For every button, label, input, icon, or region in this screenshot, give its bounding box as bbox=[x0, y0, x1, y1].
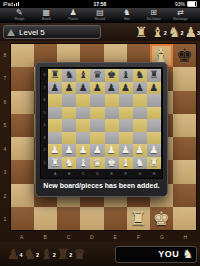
toolbar-button-sel-game[interactable]: ⊞Sel.Game bbox=[143, 9, 165, 21]
preview-square: ♝ bbox=[119, 157, 133, 170]
preview-square bbox=[48, 119, 62, 132]
rank-label-4: 4 bbox=[0, 137, 10, 161]
preview-rank-label: 7 bbox=[41, 82, 48, 95]
pencil-icon: ✎ bbox=[16, 9, 23, 17]
white-knight-icon: ♞ bbox=[168, 24, 181, 40]
preview-file-label: A bbox=[48, 169, 62, 178]
preview-square: ♟ bbox=[119, 82, 133, 95]
rank-label-2: 2 bbox=[0, 184, 10, 208]
white-rook-icon: ♜ bbox=[135, 24, 148, 40]
preview-rank-label: 1 bbox=[41, 157, 48, 170]
white-bishop-icon: ♝ bbox=[151, 24, 164, 40]
preview-black-queen: ♛ bbox=[93, 70, 102, 80]
preview-square bbox=[119, 107, 133, 120]
preview-white-pawn: ♟ bbox=[149, 145, 158, 155]
preview-black-pawn: ♟ bbox=[135, 83, 144, 93]
rank-label-1: 1 bbox=[0, 208, 10, 232]
toolbar-button-label: Record bbox=[95, 17, 105, 21]
preview-rank-label: 6 bbox=[41, 94, 48, 107]
preview-square: ♟ bbox=[105, 82, 119, 95]
toolbar-button-label: Pieces bbox=[68, 17, 78, 21]
square-a1[interactable] bbox=[11, 207, 34, 230]
preview-square bbox=[90, 107, 104, 120]
preview-white-queen: ♛ bbox=[93, 158, 102, 168]
toolbar-button-pieces[interactable]: ♟Pieces bbox=[62, 9, 84, 21]
preview-square bbox=[105, 107, 119, 120]
preview-file-label: E bbox=[105, 169, 119, 178]
preview-square: ♚ bbox=[105, 157, 119, 170]
captured-white-rook: ♜ bbox=[135, 25, 148, 39]
preview-file-label: F bbox=[119, 169, 133, 178]
square-c1[interactable] bbox=[57, 207, 80, 230]
preview-square: ♞ bbox=[133, 69, 147, 82]
preview-white-pawn: ♟ bbox=[79, 145, 88, 155]
preview-square bbox=[119, 132, 133, 145]
preview-square bbox=[48, 107, 62, 120]
toolbar-button-resign[interactable]: ✎Resign bbox=[8, 9, 30, 21]
preview-square bbox=[147, 119, 161, 132]
preview-square: ♛ bbox=[90, 157, 104, 170]
preview-square: ♜ bbox=[147, 69, 161, 82]
preview-black-pawn: ♟ bbox=[79, 83, 88, 93]
square-a5[interactable] bbox=[11, 114, 34, 137]
black-bishop-icon: ♝ bbox=[40, 246, 53, 262]
preview-rank-labels: 87654321 bbox=[41, 69, 48, 169]
preview-square bbox=[147, 107, 161, 120]
knight-icon: ♞ bbox=[123, 9, 130, 17]
square-h7[interactable] bbox=[173, 67, 196, 90]
preview-black-bishop: ♝ bbox=[121, 70, 130, 80]
level-icon bbox=[7, 29, 15, 36]
square-e1[interactable] bbox=[104, 207, 127, 230]
dialog-message: New board/pieces has been added. bbox=[40, 182, 163, 189]
captured-white-pawn: ♟3 bbox=[184, 25, 197, 39]
preview-white-pawn: ♟ bbox=[135, 145, 144, 155]
preview-square bbox=[147, 132, 161, 145]
rank-label-3: 3 bbox=[0, 161, 10, 185]
preview-square: ♟ bbox=[133, 82, 147, 95]
preview-square: ♞ bbox=[62, 157, 76, 170]
captured-black-rook: ♜2 bbox=[57, 247, 70, 261]
file-label-A: A bbox=[10, 231, 33, 242]
preview-square: ♟ bbox=[133, 144, 147, 157]
preview-square: ♝ bbox=[76, 69, 90, 82]
preview-white-pawn: ♟ bbox=[65, 145, 74, 155]
white-rook: ♜ bbox=[130, 209, 147, 228]
preview-black-pawn: ♟ bbox=[149, 83, 158, 93]
preview-file-label: H bbox=[147, 169, 161, 178]
preview-square: ♟ bbox=[76, 144, 90, 157]
preview-square bbox=[62, 132, 76, 145]
preview-square bbox=[90, 132, 104, 145]
rank-labels: 87654321 bbox=[0, 43, 10, 231]
preview-file-labels: ABCDEFGH bbox=[48, 169, 161, 178]
preview-rank-label: 3 bbox=[41, 132, 48, 145]
toolbar-button-hint[interactable]: ♞Hint bbox=[116, 9, 138, 21]
preview-square: ♟ bbox=[147, 82, 161, 95]
preview-square: ♜ bbox=[147, 157, 161, 170]
preview-square: ♟ bbox=[48, 82, 62, 95]
preview-square: ♟ bbox=[48, 144, 62, 157]
black-knight-icon: ♞ bbox=[24, 246, 37, 262]
preview-square: ♟ bbox=[147, 144, 161, 157]
captured-black-pawn: ♟4 bbox=[7, 247, 20, 261]
captured-count: 2 bbox=[53, 248, 56, 262]
bottom-row: ♟4♞2♝2♜2♛ YOU ♞ bbox=[0, 242, 200, 266]
preview-rank-label: 4 bbox=[41, 119, 48, 132]
pawn-icon: ♟ bbox=[70, 9, 77, 17]
preview-black-knight: ♞ bbox=[135, 70, 144, 80]
preview-square: ♟ bbox=[90, 144, 104, 157]
square-h6[interactable] bbox=[173, 91, 196, 114]
captured-by-you-tray: ♟4♞2♝2♜2♛ bbox=[7, 247, 86, 261]
preview-square: ♞ bbox=[133, 157, 147, 170]
preview-square: ♝ bbox=[119, 69, 133, 82]
square-b1[interactable] bbox=[34, 207, 57, 230]
preview-square bbox=[119, 119, 133, 132]
white-king: ♚ bbox=[153, 209, 170, 228]
new-board-dialog[interactable]: 87654321 ♜♞♝♛♚♝♞♜♟♟♟♟♟♟♟♟♟♟♟♟♟♟♟♟♜♞♝♛♚♝♞… bbox=[35, 62, 168, 197]
preview-square bbox=[105, 94, 119, 107]
preview-square: ♞ bbox=[62, 69, 76, 82]
preview-black-bishop: ♝ bbox=[79, 70, 88, 80]
preview-black-pawn: ♟ bbox=[93, 83, 102, 93]
captured-black-queen: ♛ bbox=[73, 247, 86, 261]
toolbar-button-label: Sel.Game bbox=[147, 17, 161, 21]
preview-file-label: G bbox=[133, 169, 147, 178]
preview-square: ♟ bbox=[76, 82, 90, 95]
preview-square bbox=[62, 94, 76, 107]
rank-label-5: 5 bbox=[0, 114, 10, 138]
battery-icon bbox=[187, 1, 197, 7]
preview-white-pawn: ♟ bbox=[93, 145, 102, 155]
preview-file-label: B bbox=[62, 169, 76, 178]
file-label-B: B bbox=[33, 231, 56, 242]
preview-square: ♟ bbox=[105, 144, 119, 157]
preview-square bbox=[105, 132, 119, 145]
status-bar: iPad 17:58 93% bbox=[0, 0, 200, 8]
file-labels: ABCDEFGH bbox=[10, 231, 197, 242]
preview-black-pawn: ♟ bbox=[107, 83, 116, 93]
captured-count: 4 bbox=[20, 248, 23, 262]
preview-square: ♟ bbox=[119, 144, 133, 157]
preview-square bbox=[76, 107, 90, 120]
preview-white-knight: ♞ bbox=[135, 158, 144, 168]
clock: 17:58 bbox=[0, 1, 200, 7]
white-pawn-icon: ♟ bbox=[184, 24, 197, 40]
white-knight-icon: ♞ bbox=[182, 248, 193, 260]
square-a3[interactable] bbox=[11, 160, 34, 183]
square-a7[interactable] bbox=[11, 67, 34, 90]
preview-white-pawn: ♟ bbox=[107, 145, 116, 155]
toolbar-button-record[interactable]: ▤Record bbox=[89, 9, 111, 21]
preview-white-bishop: ♝ bbox=[79, 158, 88, 168]
grid-icon: ⊞ bbox=[150, 9, 157, 17]
you-button[interactable]: YOU ♞ bbox=[115, 246, 197, 263]
square-h5[interactable] bbox=[173, 114, 196, 137]
preview-square bbox=[62, 119, 76, 132]
preview-square: ♛ bbox=[90, 69, 104, 82]
black-rook-icon: ♜ bbox=[57, 246, 70, 262]
preview-white-knight: ♞ bbox=[65, 158, 74, 168]
black-pawn-icon: ♟ bbox=[7, 246, 20, 262]
square-g1[interactable]: ♚ bbox=[150, 207, 173, 230]
preview-square: ♝ bbox=[76, 157, 90, 170]
preview-square bbox=[133, 132, 147, 145]
rank-label-7: 7 bbox=[0, 67, 10, 91]
toolbar-button-board[interactable]: ▦Board bbox=[35, 9, 57, 21]
preview-board-grid: ♜♞♝♛♚♝♞♜♟♟♟♟♟♟♟♟♟♟♟♟♟♟♟♟♜♞♝♛♚♝♞♜ bbox=[48, 69, 161, 169]
level-label: Level 5 bbox=[19, 28, 45, 37]
square-h3[interactable] bbox=[173, 160, 196, 183]
toolbar-button-label: Board bbox=[42, 17, 51, 21]
captured-white-bishop: ♝2 bbox=[151, 25, 164, 39]
square-a6[interactable] bbox=[11, 91, 34, 114]
square-a8[interactable] bbox=[11, 44, 34, 67]
file-label-H: H bbox=[174, 231, 197, 242]
info-row: Level 5 ♜♝2♞2♟3 bbox=[0, 23, 200, 41]
square-h4[interactable] bbox=[173, 137, 196, 160]
preview-white-rook: ♜ bbox=[149, 158, 158, 168]
square-a2[interactable] bbox=[11, 184, 34, 207]
square-h8[interactable]: ♚ bbox=[173, 44, 196, 67]
preview-white-king: ♚ bbox=[107, 158, 116, 168]
preview-square bbox=[48, 94, 62, 107]
toolbar-button-label: Exchange bbox=[173, 17, 187, 21]
preview-rank-label: 5 bbox=[41, 107, 48, 120]
captured-count: 2 bbox=[164, 26, 167, 40]
captured-white-knight: ♞2 bbox=[168, 25, 181, 39]
preview-black-pawn: ♟ bbox=[51, 83, 60, 93]
preview-white-pawn: ♟ bbox=[121, 145, 130, 155]
battery-percent: 93% bbox=[175, 1, 185, 7]
rank-label-8: 8 bbox=[0, 43, 10, 67]
preview-square bbox=[76, 132, 90, 145]
preview-file-label: D bbox=[90, 169, 104, 178]
you-label: YOU bbox=[158, 249, 179, 259]
captured-count: 2 bbox=[36, 248, 39, 262]
file-label-D: D bbox=[80, 231, 103, 242]
preview-black-knight: ♞ bbox=[65, 70, 74, 80]
rank-label-6: 6 bbox=[0, 90, 10, 114]
preview-square bbox=[90, 119, 104, 132]
preview-square bbox=[76, 119, 90, 132]
file-label-G: G bbox=[150, 231, 173, 242]
preview-square bbox=[133, 119, 147, 132]
board-preview: 87654321 ♜♞♝♛♚♝♞♜♟♟♟♟♟♟♟♟♟♟♟♟♟♟♟♟♜♞♝♛♚♝♞… bbox=[40, 67, 163, 179]
captured-count: 3 bbox=[197, 26, 200, 40]
preview-square: ♟ bbox=[62, 82, 76, 95]
preview-rank-label: 8 bbox=[41, 69, 48, 82]
preview-square bbox=[105, 119, 119, 132]
preview-square: ♚ bbox=[105, 69, 119, 82]
black-king: ♚ bbox=[176, 46, 193, 65]
toolbar-button-label: Hint bbox=[124, 17, 130, 21]
preview-square: ♟ bbox=[90, 82, 104, 95]
board-icon: ▦ bbox=[42, 9, 50, 17]
captured-by-opponent-tray: ♜♝2♞2♟3 bbox=[135, 25, 197, 39]
arrows-icon: ⇄ bbox=[177, 9, 184, 17]
preview-file-label: C bbox=[76, 169, 90, 178]
captured-black-knight: ♞2 bbox=[24, 247, 37, 261]
list-icon: ▤ bbox=[96, 9, 104, 17]
preview-square: ♜ bbox=[48, 157, 62, 170]
preview-square bbox=[62, 107, 76, 120]
toolbar: ✎Resign▦Board♟Pieces▤Record♞Hint⊞Sel.Gam… bbox=[0, 8, 200, 23]
preview-black-rook: ♜ bbox=[51, 70, 60, 80]
square-h1[interactable] bbox=[173, 207, 196, 230]
preview-black-rook: ♜ bbox=[149, 70, 158, 80]
captured-count: 2 bbox=[180, 26, 183, 40]
square-h2[interactable] bbox=[173, 184, 196, 207]
preview-square: ♟ bbox=[62, 144, 76, 157]
level-badge[interactable]: Level 5 bbox=[3, 25, 101, 39]
preview-white-pawn: ♟ bbox=[51, 145, 60, 155]
captured-count: 2 bbox=[69, 248, 72, 262]
preview-square bbox=[133, 94, 147, 107]
preview-black-pawn: ♟ bbox=[65, 83, 74, 93]
toolbar-button-exchange[interactable]: ⇄Exchange bbox=[169, 9, 191, 21]
square-a4[interactable] bbox=[11, 137, 34, 160]
preview-white-bishop: ♝ bbox=[121, 158, 130, 168]
preview-black-king: ♚ bbox=[107, 70, 116, 80]
toolbar-button-label: Resign bbox=[14, 17, 24, 21]
file-label-F: F bbox=[127, 231, 150, 242]
preview-square bbox=[147, 94, 161, 107]
preview-black-pawn: ♟ bbox=[121, 83, 130, 93]
captured-black-bishop: ♝2 bbox=[40, 247, 53, 261]
preview-square: ♜ bbox=[48, 69, 62, 82]
preview-white-rook: ♜ bbox=[51, 158, 60, 168]
square-f1[interactable]: ♜ bbox=[127, 207, 150, 230]
black-queen-icon: ♛ bbox=[73, 246, 86, 262]
file-label-C: C bbox=[57, 231, 80, 242]
preview-square bbox=[90, 94, 104, 107]
preview-square bbox=[119, 94, 133, 107]
preview-square bbox=[48, 132, 62, 145]
preview-rank-label: 2 bbox=[41, 144, 48, 157]
file-label-E: E bbox=[104, 231, 127, 242]
square-d1[interactable] bbox=[80, 207, 103, 230]
preview-square bbox=[133, 107, 147, 120]
app-screen: iPad 17:58 93% ✎Resign▦Board♟Pieces▤Reco… bbox=[0, 0, 200, 266]
preview-square bbox=[76, 94, 90, 107]
